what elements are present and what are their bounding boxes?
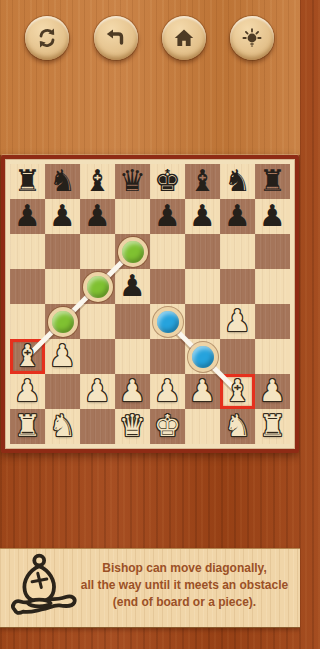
tutorial-line-2: all the way until it meets an obstacle [72,577,297,594]
undo-button[interactable] [94,16,138,60]
piece-black-bishop-c8[interactable]: ♝ [80,164,115,199]
lightbulb-icon [240,26,264,50]
piece-white-pawn-f2[interactable]: ♟ [185,374,220,409]
piece-black-king-e8[interactable]: ♚ [150,164,185,199]
piece-black-pawn-g7[interactable]: ♟ [220,199,255,234]
tutorial-text: Bishop can move diagonally, all the way … [72,560,297,611]
piece-white-pawn-e2[interactable]: ♟ [150,374,185,409]
piece-black-rook-a8[interactable]: ♜ [10,164,45,199]
piece-white-bishop-g2[interactable]: ♝ [220,374,255,409]
piece-black-pawn-c7[interactable]: ♟ [80,199,115,234]
piece-black-queen-d8[interactable]: ♛ [115,164,150,199]
piece-white-king-e1[interactable]: ♚ [150,409,185,444]
piece-white-pawn-b3[interactable]: ♟ [45,339,80,374]
piece-black-knight-g8[interactable]: ♞ [220,164,255,199]
tutorial-line-1: Bishop can move diagonally, [72,560,297,577]
piece-white-queen-d1[interactable]: ♛ [115,409,150,444]
piece-black-pawn-h7[interactable]: ♟ [255,199,290,234]
piece-white-pawn-h2[interactable]: ♟ [255,374,290,409]
piece-black-knight-b8[interactable]: ♞ [45,164,80,199]
piece-white-knight-g1[interactable]: ♞ [220,409,255,444]
piece-black-bishop-f8[interactable]: ♝ [185,164,220,199]
piece-black-pawn-d5[interactable]: ♟ [115,269,150,304]
home-button[interactable] [162,16,206,60]
restart-button[interactable] [25,16,69,60]
refresh-icon [35,26,59,50]
bishop-in-hand-icon [7,551,79,623]
undo-icon [104,26,128,50]
home-icon [172,26,196,50]
piece-black-pawn-e7[interactable]: ♟ [150,199,185,234]
piece-black-pawn-f7[interactable]: ♟ [185,199,220,234]
piece-black-rook-h8[interactable]: ♜ [255,164,290,199]
piece-white-pawn-c2[interactable]: ♟ [80,374,115,409]
tutorial-line-3: (end of board or a piece). [72,594,297,611]
piece-white-pawn-d2[interactable]: ♟ [115,374,150,409]
piece-white-pawn-g4[interactable]: ♟ [220,304,255,339]
hint-button[interactable] [230,16,274,60]
piece-black-pawn-a7[interactable]: ♟ [10,199,45,234]
board: ♜♞♝♛♚♝♞♜♟♟♟♟♟♟♟♟♟♝♟♟♟♟♟♟♝♟♜♞♛♚♞♜ [1,155,299,453]
piece-white-pawn-a2[interactable]: ♟ [10,374,45,409]
piece-white-rook-h1[interactable]: ♜ [255,409,290,444]
piece-black-pawn-b7[interactable]: ♟ [45,199,80,234]
piece-white-knight-b1[interactable]: ♞ [45,409,80,444]
piece-layer: ♜♞♝♛♚♝♞♜♟♟♟♟♟♟♟♟♟♝♟♟♟♟♟♟♝♟♜♞♛♚♞♜ [10,164,290,444]
piece-white-rook-a1[interactable]: ♜ [10,409,45,444]
piece-white-bishop-a3[interactable]: ♝ [10,339,45,374]
